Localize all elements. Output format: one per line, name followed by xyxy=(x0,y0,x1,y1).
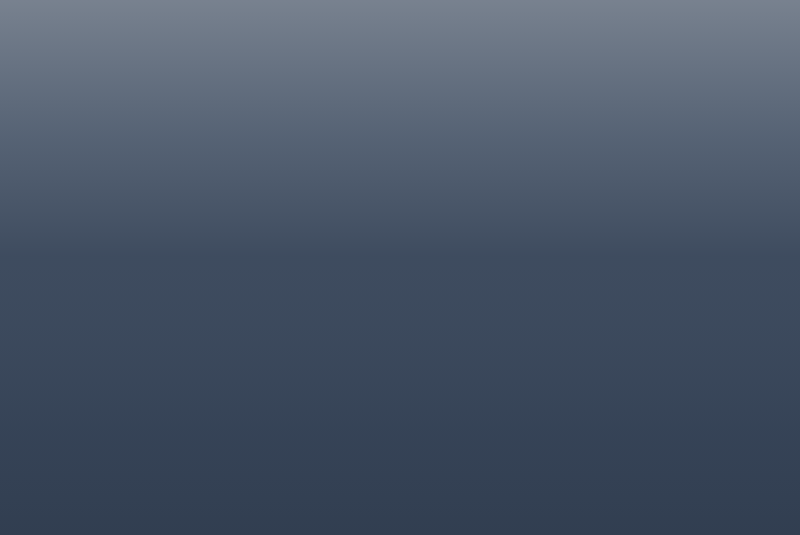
chessboard-svg xyxy=(0,0,800,535)
chessboard-photo-scene xyxy=(0,0,800,535)
lighting-overlay xyxy=(0,0,800,535)
